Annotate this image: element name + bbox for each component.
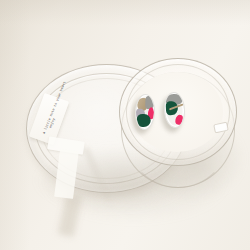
product-photo: a little note to your heart enjoy (0, 0, 250, 250)
earring-left-green-patch (136, 114, 150, 127)
